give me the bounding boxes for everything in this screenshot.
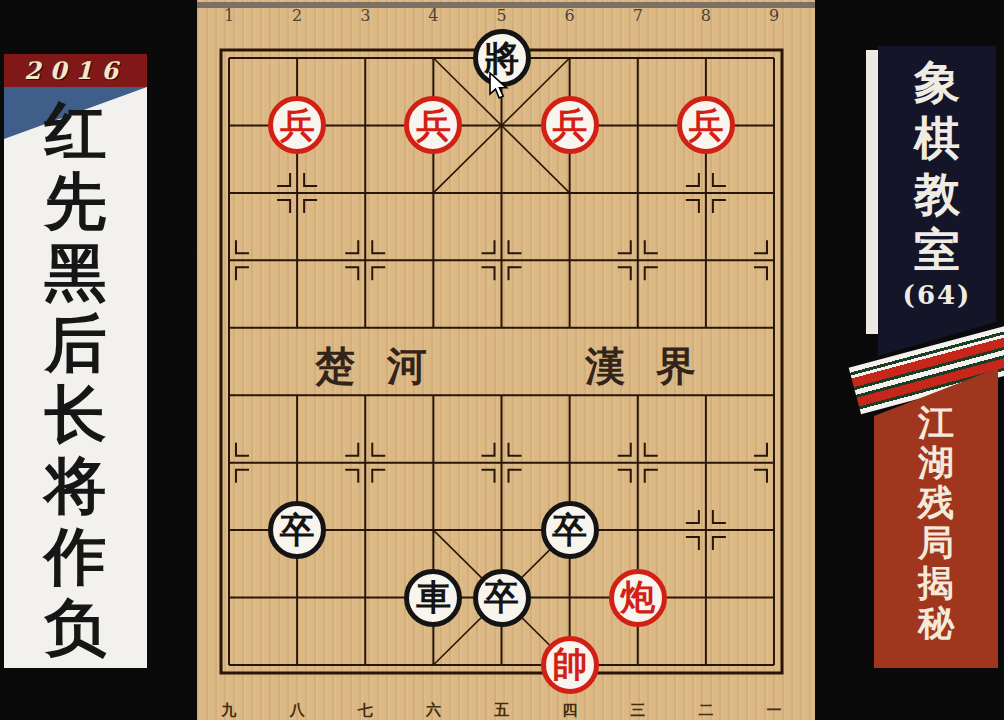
file-label-bottom: 四 [558, 701, 582, 720]
file-label-top: 5 [490, 6, 514, 25]
left-slogan: 红先黑后长将作负 [4, 95, 147, 663]
channel-title-char: 象 [914, 54, 960, 110]
piece-black-pawn[interactable]: 卒 [473, 569, 531, 627]
video-frame: 2016 红先黑后长将作负 123456789九八七六五四三二一楚河漢界將兵兵兵… [0, 0, 1004, 720]
river-label: 河 [384, 339, 430, 394]
piece-red-pawn[interactable]: 兵 [677, 96, 735, 154]
file-label-bottom: 二 [694, 701, 718, 720]
file-label-top: 1 [217, 6, 241, 25]
left-slogan-char: 负 [45, 592, 107, 663]
series-title-char: 局 [918, 522, 954, 562]
channel-title-char: 棋 [914, 110, 960, 166]
series-title-char: 湖 [918, 442, 954, 482]
file-label-top: 4 [421, 6, 445, 25]
piece-black-pawn[interactable]: 卒 [541, 501, 599, 559]
series-title-panel: 江湖残局揭秘 [874, 368, 998, 668]
series-title-char: 残 [918, 482, 954, 522]
channel-title-panel: 象棋教室 (64) [878, 46, 996, 356]
series-title-char: 秘 [918, 602, 954, 642]
piece-black-pawn[interactable]: 卒 [268, 501, 326, 559]
file-label-bottom: 八 [285, 701, 309, 720]
file-label-top: 3 [353, 6, 377, 25]
left-slogan-char: 长 [45, 379, 107, 450]
left-banner-panel: 2016 红先黑后长将作负 [4, 0, 147, 720]
file-label-top: 7 [626, 6, 650, 25]
series-title: 江湖残局揭秘 [918, 368, 954, 642]
piece-red-pawn[interactable]: 兵 [541, 96, 599, 154]
file-label-bottom: 七 [353, 701, 377, 720]
channel-title: 象棋教室 [914, 46, 960, 278]
piece-black-chariot[interactable]: 車 [404, 569, 462, 627]
mouse-cursor [487, 71, 513, 101]
year-text: 2016 [24, 56, 127, 85]
file-label-bottom: 五 [490, 701, 514, 720]
left-slogan-char: 作 [45, 521, 107, 592]
river-label: 界 [653, 339, 699, 394]
channel-title-char: 室 [914, 222, 960, 278]
series-title-char: 揭 [918, 562, 954, 602]
left-slogan-char: 红 [45, 95, 107, 166]
piece-red-cannon[interactable]: 炮 [609, 569, 667, 627]
right-banner-panel: 象棋教室 (64) 江湖残局揭秘 [860, 0, 1004, 720]
year-banner: 2016 [4, 54, 147, 87]
left-slogan-char: 黑 [45, 237, 107, 308]
file-label-top: 8 [694, 6, 718, 25]
file-label-top: 6 [558, 6, 582, 25]
episode-number: (64) [903, 280, 972, 310]
left-scroll: 红先黑后长将作负 [4, 87, 147, 668]
file-label-bottom: 九 [217, 701, 241, 720]
piece-red-general[interactable]: 帥 [541, 636, 599, 694]
file-label-bottom: 六 [421, 701, 445, 720]
file-label-top: 2 [285, 6, 309, 25]
file-label-bottom: 三 [626, 701, 650, 720]
left-slogan-char: 将 [45, 450, 107, 521]
left-slogan-char: 后 [45, 308, 107, 379]
channel-title-char: 教 [914, 166, 960, 222]
left-slogan-char: 先 [45, 166, 107, 237]
series-title-char: 江 [918, 402, 954, 442]
file-label-top: 9 [762, 6, 786, 25]
river-label: 楚 [312, 339, 358, 394]
river-label: 漢 [582, 339, 628, 394]
file-label-bottom: 一 [762, 701, 786, 720]
panel-edge-decoration [866, 50, 879, 334]
